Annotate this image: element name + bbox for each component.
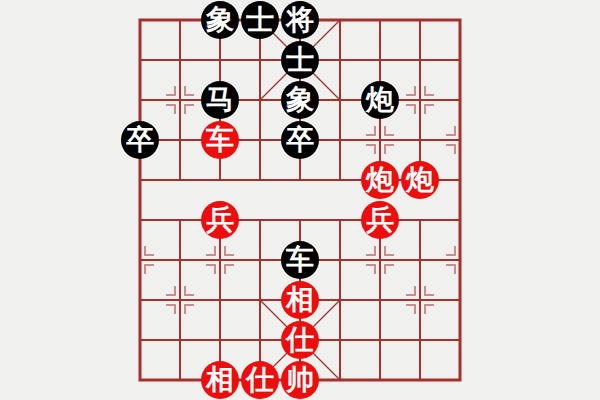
piece-black-general[interactable]: 将: [281, 1, 319, 39]
piece-black-horse[interactable]: 马: [201, 81, 239, 119]
xiangqi-board: 象士将士马象炮卒车卒炮炮兵兵车相仕相仕帅: [0, 0, 600, 400]
piece-black-cannon[interactable]: 炮: [361, 81, 399, 119]
pieces-layer: 象士将士马象炮卒车卒炮炮兵兵车相仕相仕帅: [0, 0, 600, 400]
piece-red-chariot[interactable]: 车: [201, 121, 239, 159]
piece-red-elephant[interactable]: 相: [201, 361, 239, 399]
piece-black-pawn[interactable]: 卒: [121, 121, 159, 159]
piece-black-elephant[interactable]: 象: [281, 81, 319, 119]
piece-red-advisor[interactable]: 仕: [241, 361, 279, 399]
piece-black-advisor[interactable]: 士: [281, 41, 319, 79]
piece-red-general[interactable]: 帅: [281, 361, 319, 399]
piece-red-advisor[interactable]: 仕: [281, 321, 319, 359]
piece-red-pawn[interactable]: 兵: [361, 201, 399, 239]
piece-black-advisor[interactable]: 士: [241, 1, 279, 39]
piece-black-chariot[interactable]: 车: [281, 241, 319, 279]
piece-red-cannon[interactable]: 炮: [361, 161, 399, 199]
piece-red-elephant[interactable]: 相: [281, 281, 319, 319]
piece-black-pawn[interactable]: 卒: [281, 121, 319, 159]
piece-red-cannon[interactable]: 炮: [401, 161, 439, 199]
piece-black-elephant[interactable]: 象: [201, 1, 239, 39]
piece-red-pawn[interactable]: 兵: [201, 201, 239, 239]
